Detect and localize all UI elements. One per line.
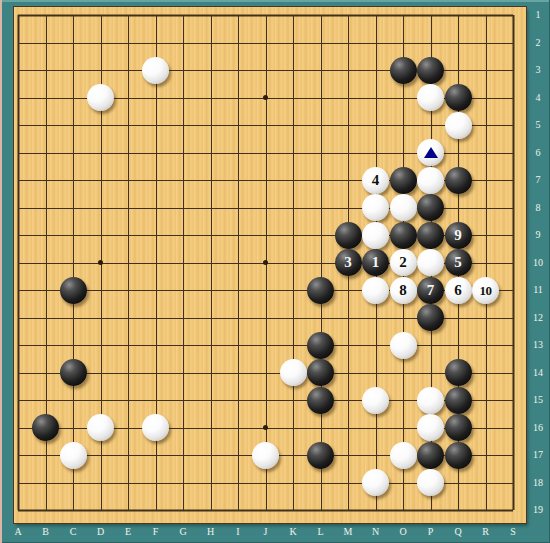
move-number-label: 6 [454, 277, 462, 304]
stone-black-P17[interactable] [417, 442, 444, 469]
move-number-label: 2 [399, 249, 407, 276]
stone-white-R11[interactable]: 10 [472, 277, 499, 304]
column-label-D: D [91, 526, 111, 538]
column-label-A: A [8, 526, 28, 538]
stone-white-J17[interactable] [252, 442, 279, 469]
frame-left-bevel [0, 0, 2, 543]
column-label-B: B [36, 526, 56, 538]
stone-white-P15[interactable] [417, 387, 444, 414]
row-label-11: 11 [528, 284, 548, 296]
stone-black-Q9[interactable]: 9 [445, 222, 472, 249]
column-label-K: K [283, 526, 303, 538]
column-label-G: G [173, 526, 193, 538]
stone-white-O8[interactable] [390, 194, 417, 221]
stone-black-B16[interactable] [32, 414, 59, 441]
stone-white-P16[interactable] [417, 414, 444, 441]
row-label-9: 9 [528, 229, 548, 241]
row-label-18: 18 [528, 477, 548, 489]
move-number-label: 10 [480, 277, 492, 304]
frame-top-bevel [0, 0, 550, 2]
move-number-label: 4 [372, 167, 380, 194]
column-label-N: N [366, 526, 386, 538]
triangle-marker-icon [424, 147, 438, 158]
stone-white-O10[interactable]: 2 [390, 249, 417, 276]
stone-black-L17[interactable] [307, 442, 334, 469]
column-label-E: E [118, 526, 138, 538]
stone-black-Q16[interactable] [445, 414, 472, 441]
stone-black-Q15[interactable] [445, 387, 472, 414]
stone-white-C17[interactable] [60, 442, 87, 469]
move-number-label: 1 [372, 249, 380, 276]
stone-black-Q7[interactable] [445, 167, 472, 194]
column-label-I: I [228, 526, 248, 538]
row-label-1: 1 [528, 9, 548, 21]
row-label-15: 15 [528, 394, 548, 406]
stone-black-P11[interactable]: 7 [417, 277, 444, 304]
stone-black-P9[interactable] [417, 222, 444, 249]
column-label-R: R [476, 526, 496, 538]
stone-white-O17[interactable] [390, 442, 417, 469]
column-label-S: S [503, 526, 523, 538]
stone-black-P8[interactable] [417, 194, 444, 221]
stone-white-D4[interactable] [87, 84, 114, 111]
column-label-H: H [201, 526, 221, 538]
stone-white-N18[interactable] [362, 469, 389, 496]
stone-white-Q11[interactable]: 6 [445, 277, 472, 304]
row-label-14: 14 [528, 367, 548, 379]
row-label-6: 6 [528, 147, 548, 159]
column-label-P: P [421, 526, 441, 538]
stone-black-Q4[interactable] [445, 84, 472, 111]
stone-white-P6[interactable] [417, 139, 444, 166]
stone-black-M10[interactable]: 3 [335, 249, 362, 276]
column-label-L: L [311, 526, 331, 538]
stone-white-K14[interactable] [280, 359, 307, 386]
stone-black-Q10[interactable]: 5 [445, 249, 472, 276]
stone-white-P7[interactable] [417, 167, 444, 194]
row-label-2: 2 [528, 37, 548, 49]
move-number-label: 7 [427, 277, 435, 304]
stone-white-P10[interactable] [417, 249, 444, 276]
stone-black-Q17[interactable] [445, 442, 472, 469]
move-number-label: 3 [344, 249, 352, 276]
stone-black-M9[interactable] [335, 222, 362, 249]
stone-black-C11[interactable] [60, 277, 87, 304]
stone-white-P18[interactable] [417, 469, 444, 496]
board-intersections[interactable]: 49312587610 [4, 1, 527, 524]
stone-white-D16[interactable] [87, 414, 114, 441]
row-label-3: 3 [528, 64, 548, 76]
move-number-label: 8 [399, 277, 407, 304]
stone-black-C14[interactable] [60, 359, 87, 386]
stone-black-Q14[interactable] [445, 359, 472, 386]
stone-black-O7[interactable] [390, 167, 417, 194]
row-label-10: 10 [528, 257, 548, 269]
stone-white-N8[interactable] [362, 194, 389, 221]
stone-black-L11[interactable] [307, 277, 334, 304]
column-label-F: F [146, 526, 166, 538]
stone-black-N10[interactable]: 1 [362, 249, 389, 276]
stone-white-Q5[interactable] [445, 112, 472, 139]
row-label-8: 8 [528, 202, 548, 214]
go-board[interactable]: 49312587610 [14, 7, 526, 523]
move-number-label: 9 [454, 222, 462, 249]
stone-white-O11[interactable]: 8 [390, 277, 417, 304]
row-label-7: 7 [528, 174, 548, 186]
stone-white-P4[interactable] [417, 84, 444, 111]
stone-black-L15[interactable] [307, 387, 334, 414]
stone-white-N11[interactable] [362, 277, 389, 304]
go-app-frame: 49312587610 ABCDEFGHIJKLMNOPQRS 12345678… [0, 0, 550, 543]
stone-white-F3[interactable] [142, 57, 169, 84]
stone-white-N9[interactable] [362, 222, 389, 249]
row-label-16: 16 [528, 422, 548, 434]
stone-white-N7[interactable]: 4 [362, 167, 389, 194]
stone-black-P3[interactable] [417, 57, 444, 84]
stone-white-N15[interactable] [362, 387, 389, 414]
stone-white-O13[interactable] [390, 332, 417, 359]
column-label-Q: Q [448, 526, 468, 538]
column-label-J: J [256, 526, 276, 538]
move-number-label: 5 [454, 249, 462, 276]
column-label-M: M [338, 526, 358, 538]
row-label-13: 13 [528, 339, 548, 351]
stone-white-F16[interactable] [142, 414, 169, 441]
column-label-O: O [393, 526, 413, 538]
column-label-C: C [63, 526, 83, 538]
stone-black-L13[interactable] [307, 332, 334, 359]
stone-black-O9[interactable] [390, 222, 417, 249]
stone-black-O3[interactable] [390, 57, 417, 84]
stone-black-L14[interactable] [307, 359, 334, 386]
row-label-17: 17 [528, 449, 548, 461]
row-label-12: 12 [528, 312, 548, 324]
row-label-5: 5 [528, 119, 548, 131]
row-label-4: 4 [528, 92, 548, 104]
stone-black-P12[interactable] [417, 304, 444, 331]
row-label-19: 19 [528, 504, 548, 516]
